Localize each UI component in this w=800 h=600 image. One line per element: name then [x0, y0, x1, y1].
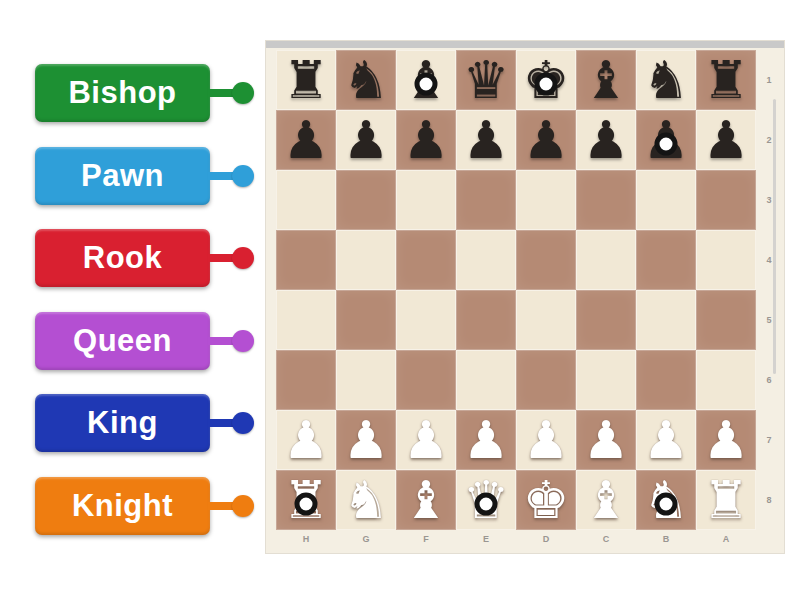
square-C5	[576, 290, 636, 350]
answer-marker-F1[interactable]	[415, 73, 438, 96]
square-E7: ♟	[456, 410, 516, 470]
square-F3	[396, 170, 456, 230]
file-label-C: C	[576, 534, 636, 544]
rank-label-7: 7	[761, 410, 777, 470]
square-C2: ♟	[576, 110, 636, 170]
square-H5	[276, 290, 336, 350]
square-H7: ♟	[276, 410, 336, 470]
square-A4	[696, 230, 756, 290]
black-pawn-icon: ♟	[523, 114, 570, 166]
square-A6	[696, 350, 756, 410]
black-pawn-icon: ♟	[463, 114, 510, 166]
white-pawn-icon: ♟	[283, 414, 330, 466]
white-bishop-icon: ♝	[583, 474, 630, 526]
file-label-A: A	[696, 534, 756, 544]
square-H8: ♜	[276, 470, 336, 530]
square-F8: ♝	[396, 470, 456, 530]
label-bishop[interactable]: Bishop	[35, 64, 210, 122]
square-G4	[336, 230, 396, 290]
white-bishop-icon: ♝	[403, 474, 450, 526]
square-B1: ♞	[636, 50, 696, 110]
black-pawn-icon: ♟	[403, 114, 450, 166]
label-row-knight: Knight	[35, 477, 295, 535]
file-label-H: H	[276, 534, 336, 544]
white-pawn-icon: ♟	[583, 414, 630, 466]
black-rook-icon: ♜	[283, 54, 330, 106]
square-D7: ♟	[516, 410, 576, 470]
file-label-F: F	[396, 534, 456, 544]
square-C6	[576, 350, 636, 410]
square-H4	[276, 230, 336, 290]
answer-marker-H8[interactable]	[295, 493, 318, 516]
scrollbar-thumb[interactable]	[773, 99, 776, 374]
square-D8: ♚	[516, 470, 576, 530]
square-C4	[576, 230, 636, 290]
square-E4	[456, 230, 516, 290]
label-row-bishop: Bishop	[35, 64, 295, 122]
square-D1: ♚	[516, 50, 576, 110]
square-C7: ♟	[576, 410, 636, 470]
square-E6	[456, 350, 516, 410]
file-label-E: E	[456, 534, 516, 544]
square-A5	[696, 290, 756, 350]
square-C1: ♝	[576, 50, 636, 110]
square-B8: ♞	[636, 470, 696, 530]
black-queen-icon: ♛	[463, 54, 510, 106]
square-H1: ♜	[276, 50, 336, 110]
label-king[interactable]: King	[35, 394, 210, 452]
square-B7: ♟	[636, 410, 696, 470]
square-A3	[696, 170, 756, 230]
square-E5	[456, 290, 516, 350]
square-F7: ♟	[396, 410, 456, 470]
square-G7: ♟	[336, 410, 396, 470]
label-row-queen: Queen	[35, 312, 295, 370]
label-pawn[interactable]: Pawn	[35, 147, 210, 205]
label-rook[interactable]: Rook	[35, 229, 210, 287]
label-row-king: King	[35, 394, 295, 452]
white-king-icon: ♚	[523, 474, 570, 526]
label-knight[interactable]: Knight	[35, 477, 210, 535]
square-E8: ♛	[456, 470, 516, 530]
square-B3	[636, 170, 696, 230]
black-rook-icon: ♜	[703, 54, 750, 106]
white-knight-icon: ♞	[343, 474, 390, 526]
square-C8: ♝	[576, 470, 636, 530]
square-E3	[456, 170, 516, 230]
label-connector-dot[interactable]	[232, 412, 254, 434]
answer-marker-B2[interactable]	[655, 133, 678, 156]
white-pawn-icon: ♟	[703, 414, 750, 466]
black-knight-icon: ♞	[643, 54, 690, 106]
square-E1: ♛	[456, 50, 516, 110]
label-connector-dot[interactable]	[232, 82, 254, 104]
white-pawn-icon: ♟	[463, 414, 510, 466]
white-pawn-icon: ♟	[523, 414, 570, 466]
file-label-G: G	[336, 534, 396, 544]
square-B4	[636, 230, 696, 290]
square-G2: ♟	[336, 110, 396, 170]
square-B6	[636, 350, 696, 410]
square-D6	[516, 350, 576, 410]
square-D2: ♟	[516, 110, 576, 170]
file-label-B: B	[636, 534, 696, 544]
label-row-pawn: Pawn	[35, 147, 295, 205]
black-pawn-icon: ♟	[343, 114, 390, 166]
label-queen[interactable]: Queen	[35, 312, 210, 370]
square-A8: ♜	[696, 470, 756, 530]
label-connector-dot[interactable]	[232, 247, 254, 269]
black-pawn-icon: ♟	[703, 114, 750, 166]
square-E2: ♟	[456, 110, 516, 170]
label-connector-dot[interactable]	[232, 495, 254, 517]
square-G6	[336, 350, 396, 410]
square-H3	[276, 170, 336, 230]
black-pawn-icon: ♟	[283, 114, 330, 166]
square-G3	[336, 170, 396, 230]
square-D5	[516, 290, 576, 350]
square-G1: ♞	[336, 50, 396, 110]
answer-marker-E8[interactable]	[475, 493, 498, 516]
square-G8: ♞	[336, 470, 396, 530]
white-rook-icon: ♜	[703, 474, 750, 526]
square-B5	[636, 290, 696, 350]
square-D3	[516, 170, 576, 230]
file-label-D: D	[516, 534, 576, 544]
white-pawn-icon: ♟	[403, 414, 450, 466]
board-squares: ♜♞♝♛♚♝♞♜♟♟♟♟♟♟♟♟♟♟♟♟♟♟♟♟♜♞♝♛♚♝♞♜	[276, 50, 756, 530]
white-pawn-icon: ♟	[643, 414, 690, 466]
file-labels: HGFEDCBA	[276, 534, 756, 544]
black-bishop-icon: ♝	[583, 54, 630, 106]
square-F1: ♝	[396, 50, 456, 110]
board-top-strip	[266, 41, 784, 48]
label-connector-dot[interactable]	[232, 165, 254, 187]
label-row-rook: Rook	[35, 229, 295, 287]
square-F4	[396, 230, 456, 290]
square-F6	[396, 350, 456, 410]
answer-marker-D1[interactable]	[535, 73, 558, 96]
answer-labels: BishopPawnRookQueenKingKnight	[35, 64, 295, 559]
square-F2: ♟	[396, 110, 456, 170]
square-A1: ♜	[696, 50, 756, 110]
square-C3	[576, 170, 636, 230]
square-F5	[396, 290, 456, 350]
square-B2: ♟	[636, 110, 696, 170]
square-H2: ♟	[276, 110, 336, 170]
white-pawn-icon: ♟	[343, 414, 390, 466]
square-A7: ♟	[696, 410, 756, 470]
rank-label-8: 8	[761, 470, 777, 530]
label-connector-dot[interactable]	[232, 330, 254, 352]
answer-marker-B8[interactable]	[655, 493, 678, 516]
square-A2: ♟	[696, 110, 756, 170]
black-knight-icon: ♞	[343, 54, 390, 106]
square-G5	[336, 290, 396, 350]
chessboard: ♜♞♝♛♚♝♞♜♟♟♟♟♟♟♟♟♟♟♟♟♟♟♟♟♜♞♝♛♚♝♞♜ HGFEDCB…	[265, 40, 785, 554]
square-D4	[516, 230, 576, 290]
black-pawn-icon: ♟	[583, 114, 630, 166]
square-H6	[276, 350, 336, 410]
